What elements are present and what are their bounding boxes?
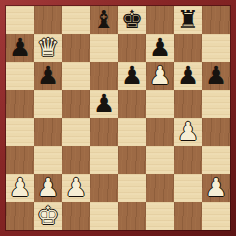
square-g7[interactable] — [174, 34, 202, 62]
square-g3[interactable] — [174, 146, 202, 174]
black-rook-icon[interactable]: ♜ — [177, 6, 199, 34]
square-f8[interactable] — [146, 6, 174, 34]
square-c6[interactable] — [62, 62, 90, 90]
square-e7[interactable] — [118, 34, 146, 62]
square-f4[interactable] — [146, 118, 174, 146]
square-h1[interactable] — [202, 202, 230, 230]
square-g6[interactable]: ♟ — [174, 62, 202, 90]
square-b6[interactable]: ♟ — [34, 62, 62, 90]
square-e4[interactable] — [118, 118, 146, 146]
square-d3[interactable] — [90, 146, 118, 174]
square-b4[interactable] — [34, 118, 62, 146]
square-f3[interactable] — [146, 146, 174, 174]
square-c7[interactable] — [62, 34, 90, 62]
square-c4[interactable] — [62, 118, 90, 146]
square-e5[interactable] — [118, 90, 146, 118]
square-e2[interactable] — [118, 174, 146, 202]
white-pawn-icon[interactable]: ♟ — [37, 174, 59, 202]
white-pawn-icon[interactable]: ♟ — [9, 174, 31, 202]
square-e1[interactable] — [118, 202, 146, 230]
square-e8[interactable]: ♚ — [118, 6, 146, 34]
white-pawn-icon[interactable]: ♟ — [149, 62, 171, 90]
square-g2[interactable] — [174, 174, 202, 202]
board-frame: ♝♚♜♟♛♟♟♟♟♟♟♟♟♟♟♟♟♚ — [0, 0, 236, 236]
square-f6[interactable]: ♟ — [146, 62, 174, 90]
square-f1[interactable] — [146, 202, 174, 230]
square-d5[interactable]: ♟ — [90, 90, 118, 118]
square-g8[interactable]: ♜ — [174, 6, 202, 34]
square-c1[interactable] — [62, 202, 90, 230]
chess-board: ♝♚♜♟♛♟♟♟♟♟♟♟♟♟♟♟♟♚ — [6, 6, 230, 230]
square-b1[interactable]: ♚ — [34, 202, 62, 230]
black-pawn-icon[interactable]: ♟ — [205, 62, 227, 90]
square-a3[interactable] — [6, 146, 34, 174]
white-king-icon[interactable]: ♚ — [37, 202, 59, 230]
black-pawn-icon[interactable]: ♟ — [37, 62, 59, 90]
square-b7[interactable]: ♛ — [34, 34, 62, 62]
white-queen-icon[interactable]: ♛ — [37, 34, 59, 62]
square-a6[interactable] — [6, 62, 34, 90]
square-a1[interactable] — [6, 202, 34, 230]
square-h7[interactable] — [202, 34, 230, 62]
square-f5[interactable] — [146, 90, 174, 118]
square-a7[interactable]: ♟ — [6, 34, 34, 62]
black-pawn-icon[interactable]: ♟ — [177, 62, 199, 90]
square-h6[interactable]: ♟ — [202, 62, 230, 90]
black-bishop-icon[interactable]: ♝ — [93, 6, 115, 34]
square-a8[interactable] — [6, 6, 34, 34]
square-b8[interactable] — [34, 6, 62, 34]
white-pawn-icon[interactable]: ♟ — [65, 174, 87, 202]
square-d7[interactable] — [90, 34, 118, 62]
square-h8[interactable] — [202, 6, 230, 34]
square-b3[interactable] — [34, 146, 62, 174]
black-king-icon[interactable]: ♚ — [121, 6, 143, 34]
square-d6[interactable] — [90, 62, 118, 90]
square-a5[interactable] — [6, 90, 34, 118]
square-c3[interactable] — [62, 146, 90, 174]
square-e3[interactable] — [118, 146, 146, 174]
square-a4[interactable] — [6, 118, 34, 146]
square-g5[interactable] — [174, 90, 202, 118]
square-d8[interactable]: ♝ — [90, 6, 118, 34]
square-d1[interactable] — [90, 202, 118, 230]
square-b2[interactable]: ♟ — [34, 174, 62, 202]
square-d4[interactable] — [90, 118, 118, 146]
square-h3[interactable] — [202, 146, 230, 174]
white-pawn-icon[interactable]: ♟ — [205, 174, 227, 202]
square-f7[interactable]: ♟ — [146, 34, 174, 62]
black-pawn-icon[interactable]: ♟ — [9, 34, 31, 62]
black-pawn-icon[interactable]: ♟ — [93, 90, 115, 118]
square-d2[interactable] — [90, 174, 118, 202]
square-c8[interactable] — [62, 6, 90, 34]
square-c5[interactable] — [62, 90, 90, 118]
square-g4[interactable]: ♟ — [174, 118, 202, 146]
square-c2[interactable]: ♟ — [62, 174, 90, 202]
white-pawn-icon[interactable]: ♟ — [177, 118, 199, 146]
square-h5[interactable] — [202, 90, 230, 118]
black-pawn-icon[interactable]: ♟ — [121, 62, 143, 90]
square-g1[interactable] — [174, 202, 202, 230]
black-pawn-icon[interactable]: ♟ — [149, 34, 171, 62]
square-b5[interactable] — [34, 90, 62, 118]
square-f2[interactable] — [146, 174, 174, 202]
square-h2[interactable]: ♟ — [202, 174, 230, 202]
square-e6[interactable]: ♟ — [118, 62, 146, 90]
square-a2[interactable]: ♟ — [6, 174, 34, 202]
square-h4[interactable] — [202, 118, 230, 146]
